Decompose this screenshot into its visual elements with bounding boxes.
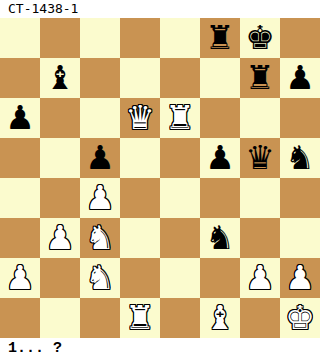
square-f2[interactable] (200, 258, 240, 298)
square-a2[interactable]: ♟ (0, 258, 40, 298)
square-e1[interactable] (160, 298, 200, 338)
square-a3[interactable] (0, 218, 40, 258)
square-h3[interactable] (280, 218, 320, 258)
square-h1[interactable]: ♚ (280, 298, 320, 338)
piece-black-king: ♚ (245, 18, 275, 58)
square-g4[interactable] (240, 178, 280, 218)
square-b1[interactable] (40, 298, 80, 338)
piece-white-bishop: ♝ (205, 298, 235, 338)
square-b8[interactable] (40, 18, 80, 58)
square-a6[interactable]: ♟ (0, 98, 40, 138)
square-e2[interactable] (160, 258, 200, 298)
square-b4[interactable] (40, 178, 80, 218)
chess-board: ♜♚♝♜♟♟♛♜♟♟♛♞♟♟♞♞♟♞♟♟♜♝♚ (0, 18, 320, 338)
square-a4[interactable] (0, 178, 40, 218)
square-h2[interactable]: ♟ (280, 258, 320, 298)
square-f6[interactable] (200, 98, 240, 138)
square-d5[interactable] (120, 138, 160, 178)
square-e7[interactable] (160, 58, 200, 98)
piece-black-queen: ♛ (245, 138, 275, 178)
square-d4[interactable] (120, 178, 160, 218)
square-f8[interactable]: ♜ (200, 18, 240, 58)
square-f1[interactable]: ♝ (200, 298, 240, 338)
square-c4[interactable]: ♟ (80, 178, 120, 218)
piece-white-pawn: ♟ (45, 218, 75, 258)
piece-white-pawn: ♟ (85, 178, 115, 218)
piece-white-king: ♚ (285, 298, 315, 338)
square-d3[interactable] (120, 218, 160, 258)
square-g8[interactable]: ♚ (240, 18, 280, 58)
piece-white-pawn: ♟ (5, 258, 35, 298)
square-d1[interactable]: ♜ (120, 298, 160, 338)
piece-white-pawn: ♟ (285, 258, 315, 298)
piece-black-pawn: ♟ (5, 98, 35, 138)
square-b5[interactable] (40, 138, 80, 178)
piece-white-knight: ♞ (85, 218, 115, 258)
square-c7[interactable] (80, 58, 120, 98)
square-e4[interactable] (160, 178, 200, 218)
square-g7[interactable]: ♜ (240, 58, 280, 98)
piece-black-bishop: ♝ (45, 58, 75, 98)
square-h7[interactable]: ♟ (280, 58, 320, 98)
square-a7[interactable] (0, 58, 40, 98)
square-c6[interactable] (80, 98, 120, 138)
square-f7[interactable] (200, 58, 240, 98)
piece-black-knight: ♞ (285, 138, 315, 178)
square-d6[interactable]: ♛ (120, 98, 160, 138)
piece-black-pawn: ♟ (85, 138, 115, 178)
square-a1[interactable] (0, 298, 40, 338)
move-prompt: 1... ? (0, 338, 320, 360)
square-g2[interactable]: ♟ (240, 258, 280, 298)
square-d2[interactable] (120, 258, 160, 298)
square-c2[interactable]: ♞ (80, 258, 120, 298)
piece-black-rook: ♜ (205, 18, 235, 58)
square-c1[interactable] (80, 298, 120, 338)
square-g5[interactable]: ♛ (240, 138, 280, 178)
square-a5[interactable] (0, 138, 40, 178)
piece-white-knight: ♞ (85, 258, 115, 298)
piece-white-pawn: ♟ (245, 258, 275, 298)
square-a8[interactable] (0, 18, 40, 58)
square-e3[interactable] (160, 218, 200, 258)
square-b6[interactable] (40, 98, 80, 138)
square-c5[interactable]: ♟ (80, 138, 120, 178)
square-g1[interactable] (240, 298, 280, 338)
piece-black-pawn: ♟ (285, 58, 315, 98)
square-e8[interactable] (160, 18, 200, 58)
piece-black-pawn: ♟ (205, 138, 235, 178)
square-b7[interactable]: ♝ (40, 58, 80, 98)
puzzle-window: CT-1438-1 ♜♚♝♜♟♟♛♜♟♟♛♞♟♟♞♞♟♞♟♟♜♝♚ 1... ? (0, 0, 320, 360)
piece-white-rook: ♜ (125, 298, 155, 338)
square-h4[interactable] (280, 178, 320, 218)
square-c8[interactable] (80, 18, 120, 58)
square-d7[interactable] (120, 58, 160, 98)
square-b3[interactable]: ♟ (40, 218, 80, 258)
piece-black-knight: ♞ (205, 218, 235, 258)
puzzle-id: CT-1438-1 (0, 0, 320, 18)
square-d8[interactable] (120, 18, 160, 58)
piece-white-queen: ♛ (125, 98, 155, 138)
square-b2[interactable] (40, 258, 80, 298)
square-f3[interactable]: ♞ (200, 218, 240, 258)
square-e5[interactable] (160, 138, 200, 178)
square-g3[interactable] (240, 218, 280, 258)
piece-white-rook: ♜ (165, 98, 195, 138)
square-c3[interactable]: ♞ (80, 218, 120, 258)
square-h5[interactable]: ♞ (280, 138, 320, 178)
square-h6[interactable] (280, 98, 320, 138)
piece-black-rook: ♜ (245, 58, 275, 98)
square-g6[interactable] (240, 98, 280, 138)
square-e6[interactable]: ♜ (160, 98, 200, 138)
square-h8[interactable] (280, 18, 320, 58)
square-f4[interactable] (200, 178, 240, 218)
square-f5[interactable]: ♟ (200, 138, 240, 178)
